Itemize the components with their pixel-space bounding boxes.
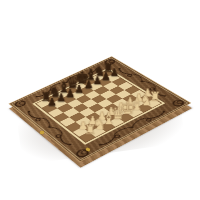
piece-black-pawn[interactable]: ♟ xyxy=(47,98,57,108)
square-b7[interactable]: ♟ xyxy=(51,99,66,108)
square-d6[interactable] xyxy=(76,95,91,104)
piece-black-pawn[interactable]: ♟ xyxy=(75,85,85,95)
square-e7[interactable]: ♟ xyxy=(79,86,94,94)
square-d7[interactable]: ♟ xyxy=(70,91,85,100)
piece-black-rook[interactable]: ♜ xyxy=(40,91,51,103)
piece-black-pawn[interactable]: ♟ xyxy=(93,76,103,86)
piece-black-king[interactable]: ♚ xyxy=(75,70,90,85)
square-g8[interactable]: ♞ xyxy=(90,74,105,82)
square-a7[interactable]: ♟ xyxy=(42,104,57,113)
piece-black-pawn[interactable]: ♟ xyxy=(66,89,76,99)
carved-spiral-icon xyxy=(10,98,31,110)
piece-black-queen[interactable]: ♛ xyxy=(66,75,80,90)
piece-black-pawn[interactable]: ♟ xyxy=(84,81,94,91)
carved-scroll-ornament xyxy=(27,64,105,102)
square-e6[interactable] xyxy=(85,90,100,99)
piece-black-pawn[interactable]: ♟ xyxy=(101,72,110,82)
square-c8[interactable]: ♝ xyxy=(55,91,70,100)
square-a8[interactable]: ♜ xyxy=(36,99,51,108)
square-g5[interactable] xyxy=(109,86,124,94)
brass-hinge-icon xyxy=(40,131,44,134)
square-b8[interactable]: ♞ xyxy=(46,95,61,104)
square-h7[interactable]: ♟ xyxy=(105,74,120,82)
carved-spiral-icon xyxy=(100,57,120,68)
square-g7[interactable]: ♟ xyxy=(96,78,111,86)
square-e8[interactable]: ♚ xyxy=(73,82,88,90)
piece-white-rook[interactable]: ♜ xyxy=(83,124,95,137)
piece-black-pawn[interactable]: ♟ xyxy=(110,68,119,78)
square-f7[interactable]: ♟ xyxy=(88,82,103,90)
square-h5[interactable] xyxy=(118,82,133,90)
piece-black-knight[interactable]: ♞ xyxy=(49,86,61,99)
piece-black-rook[interactable]: ♜ xyxy=(103,62,114,74)
square-h8[interactable]: ♜ xyxy=(99,70,114,78)
piece-black-bishop[interactable]: ♝ xyxy=(58,81,71,95)
product-photo: ♜♞♝♛♚♝♞♜♟♟♟♟♟♟♟♟♟♟♟♟♟♟♟♟♜♞♝♛♚♝♞♜ xyxy=(0,0,200,200)
piece-black-bishop[interactable]: ♝ xyxy=(84,68,97,82)
square-h6[interactable] xyxy=(111,78,126,86)
square-f6[interactable] xyxy=(94,86,109,94)
square-e5[interactable] xyxy=(91,95,106,104)
square-g6[interactable] xyxy=(103,82,118,90)
piece-black-pawn[interactable]: ♟ xyxy=(56,93,66,103)
piece-black-knight[interactable]: ♞ xyxy=(94,65,106,78)
square-d8[interactable]: ♛ xyxy=(64,86,79,94)
square-f5[interactable] xyxy=(100,90,115,99)
chess-board: ♜♞♝♛♚♝♞♜♟♟♟♟♟♟♟♟♟♟♟♟♟♟♟♟♜♞♝♛♚♝♞♜ xyxy=(9,56,192,162)
square-c7[interactable]: ♟ xyxy=(61,95,76,104)
square-f8[interactable]: ♝ xyxy=(82,78,97,86)
